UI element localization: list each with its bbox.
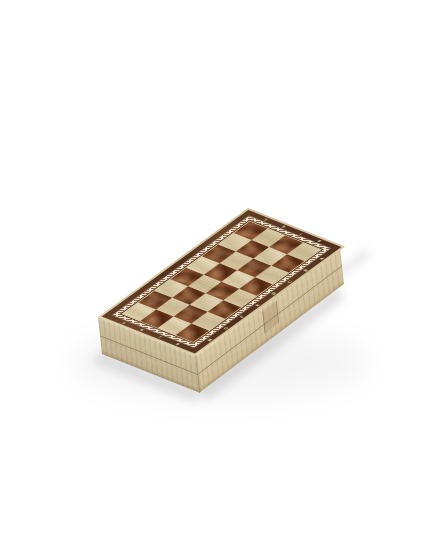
file-label: G <box>221 326 230 331</box>
file-label: C <box>285 279 294 284</box>
file-label: H <box>205 337 214 342</box>
file-label: B <box>301 268 310 273</box>
file-label: D <box>269 291 278 296</box>
product-photo-scene: HGFEDCBA56785678 <box>0 0 440 560</box>
file-label: A <box>317 256 326 261</box>
box-clasp <box>262 301 278 333</box>
rank-label: 8 <box>173 341 182 346</box>
file-label: E <box>253 302 262 307</box>
file-label: F <box>237 314 246 319</box>
rank-label: 5 <box>119 320 128 325</box>
rank-label: 6 <box>137 327 146 332</box>
rank-label: 7 <box>155 334 164 339</box>
